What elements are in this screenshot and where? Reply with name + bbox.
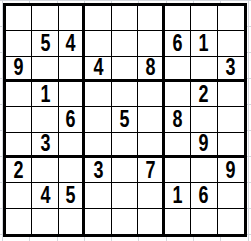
- sudoku-cell-r2c9[interactable]: [218, 31, 244, 56]
- sudoku-cell-r5c7[interactable]: 8: [165, 107, 191, 132]
- sudoku-cell-r9c9[interactable]: [218, 209, 244, 234]
- sudoku-cell-r2c3[interactable]: 4: [59, 31, 85, 56]
- sudoku-cell-r8c7[interactable]: 1: [165, 183, 191, 208]
- sudoku-digit: 8: [172, 108, 182, 131]
- sudoku-digit: 9: [14, 57, 24, 80]
- sudoku-cell-r4c3[interactable]: [59, 82, 85, 107]
- sudoku-cell-r3c7[interactable]: [165, 57, 191, 82]
- sudoku-cell-r1c7[interactable]: [165, 6, 191, 31]
- sudoku-digit: 4: [66, 32, 76, 55]
- sudoku-board: 54619483126583923794516: [3, 3, 247, 237]
- sudoku-cell-r2c6[interactable]: [138, 31, 164, 56]
- sudoku-cell-r9c5[interactable]: [112, 209, 138, 234]
- sudoku-digit: 3: [40, 133, 50, 156]
- sudoku-cell-r9c6[interactable]: [138, 209, 164, 234]
- sudoku-cell-r7c5[interactable]: [112, 158, 138, 183]
- sudoku-cell-r1c8[interactable]: [191, 6, 217, 31]
- sudoku-cell-r9c7[interactable]: [165, 209, 191, 234]
- sudoku-digit: 4: [93, 57, 103, 80]
- sudoku-cell-r6c5[interactable]: [112, 133, 138, 158]
- sudoku-digit: 5: [120, 108, 130, 131]
- sudoku-digit: 3: [226, 57, 236, 80]
- sudoku-cell-r8c4[interactable]: [85, 183, 111, 208]
- sudoku-cell-r4c4[interactable]: [85, 82, 111, 107]
- sudoku-cell-r7c9[interactable]: 9: [218, 158, 244, 183]
- sudoku-cell-r5c2[interactable]: [32, 107, 58, 132]
- sudoku-cell-r6c9[interactable]: [218, 133, 244, 158]
- sudoku-cell-r3c4[interactable]: 4: [85, 57, 111, 82]
- sudoku-cell-r1c4[interactable]: [85, 6, 111, 31]
- sudoku-cell-r7c2[interactable]: [32, 158, 58, 183]
- sudoku-cell-r3c6[interactable]: 8: [138, 57, 164, 82]
- sudoku-cell-r7c4[interactable]: 3: [85, 158, 111, 183]
- sudoku-cell-r8c6[interactable]: [138, 183, 164, 208]
- sudoku-cell-r6c6[interactable]: [138, 133, 164, 158]
- sudoku-cell-r7c1[interactable]: 2: [6, 158, 32, 183]
- sudoku-cell-r5c1[interactable]: [6, 107, 32, 132]
- sudoku-cell-r2c5[interactable]: [112, 31, 138, 56]
- sudoku-digit: 8: [145, 57, 155, 80]
- sudoku-cell-r8c1[interactable]: [6, 183, 32, 208]
- sudoku-cell-r4c2[interactable]: 1: [32, 82, 58, 107]
- sudoku-cell-r7c3[interactable]: [59, 158, 85, 183]
- sudoku-cell-r2c8[interactable]: 1: [191, 31, 217, 56]
- sudoku-cell-r8c2[interactable]: 4: [32, 183, 58, 208]
- sudoku-cell-r6c8[interactable]: 9: [191, 133, 217, 158]
- sudoku-digit: 2: [199, 83, 209, 106]
- sudoku-cell-r5c3[interactable]: 6: [59, 107, 85, 132]
- sudoku-cell-r1c3[interactable]: [59, 6, 85, 31]
- sudoku-cell-r3c5[interactable]: [112, 57, 138, 82]
- sudoku-cell-r4c7[interactable]: [165, 82, 191, 107]
- sudoku-cell-r8c8[interactable]: 6: [191, 183, 217, 208]
- sudoku-cell-r3c2[interactable]: [32, 57, 58, 82]
- sudoku-digit: 7: [145, 159, 155, 182]
- sudoku-cell-r8c3[interactable]: 5: [59, 183, 85, 208]
- sudoku-digit: 1: [40, 83, 50, 106]
- sudoku-cell-r1c1[interactable]: [6, 6, 32, 31]
- sudoku-cell-r4c5[interactable]: [112, 82, 138, 107]
- sudoku-cell-r3c1[interactable]: 9: [6, 57, 32, 82]
- sudoku-cell-r8c5[interactable]: [112, 183, 138, 208]
- sudoku-digit: 1: [172, 184, 182, 207]
- sudoku-digit: 5: [66, 184, 76, 207]
- sudoku-cell-r6c1[interactable]: [6, 133, 32, 158]
- sudoku-cell-r1c6[interactable]: [138, 6, 164, 31]
- sudoku-cell-r6c2[interactable]: 3: [32, 133, 58, 158]
- sudoku-cell-r5c9[interactable]: [218, 107, 244, 132]
- sudoku-cell-r3c3[interactable]: [59, 57, 85, 82]
- sudoku-digit: 9: [199, 133, 209, 156]
- sudoku-cell-r9c2[interactable]: [32, 209, 58, 234]
- sudoku-digit: 5: [40, 32, 50, 55]
- sudoku-digit: 6: [199, 184, 209, 207]
- sudoku-cell-r2c7[interactable]: 6: [165, 31, 191, 56]
- sudoku-cell-r9c3[interactable]: [59, 209, 85, 234]
- sudoku-digit: 1: [199, 32, 209, 55]
- sudoku-cell-r6c4[interactable]: [85, 133, 111, 158]
- sudoku-digit: 2: [14, 159, 24, 182]
- sudoku-digit: 4: [40, 184, 50, 207]
- sudoku-cell-r6c7[interactable]: [165, 133, 191, 158]
- sudoku-cell-r6c3[interactable]: [59, 133, 85, 158]
- sudoku-cell-r2c2[interactable]: 5: [32, 31, 58, 56]
- sudoku-cell-r9c4[interactable]: [85, 209, 111, 234]
- sudoku-cell-r7c7[interactable]: [165, 158, 191, 183]
- sudoku-cell-r4c1[interactable]: [6, 82, 32, 107]
- sudoku-cell-r5c5[interactable]: 5: [112, 107, 138, 132]
- sudoku-digit: 9: [226, 159, 236, 182]
- sudoku-cell-r3c9[interactable]: 3: [218, 57, 244, 82]
- sudoku-cell-r4c9[interactable]: [218, 82, 244, 107]
- sudoku-cell-r1c2[interactable]: [32, 6, 58, 31]
- sudoku-cell-r3c8[interactable]: [191, 57, 217, 82]
- sudoku-cell-r7c6[interactable]: 7: [138, 158, 164, 183]
- sudoku-cell-r4c6[interactable]: [138, 82, 164, 107]
- sudoku-cell-r9c1[interactable]: [6, 209, 32, 234]
- sudoku-digit: 6: [66, 108, 76, 131]
- sudoku-cell-r1c9[interactable]: [218, 6, 244, 31]
- sudoku-cell-r9c8[interactable]: [191, 209, 217, 234]
- sudoku-cell-r5c4[interactable]: [85, 107, 111, 132]
- sudoku-cell-r7c8[interactable]: [191, 158, 217, 183]
- sudoku-cell-r2c4[interactable]: [85, 31, 111, 56]
- sudoku-cell-r4c8[interactable]: 2: [191, 82, 217, 107]
- sudoku-cell-r5c6[interactable]: [138, 107, 164, 132]
- sudoku-cell-r8c9[interactable]: [218, 183, 244, 208]
- sudoku-cell-r5c8[interactable]: [191, 107, 217, 132]
- sudoku-cell-r1c5[interactable]: [112, 6, 138, 31]
- sudoku-digit: 3: [93, 159, 103, 182]
- sudoku-cell-r2c1[interactable]: [6, 31, 32, 56]
- sudoku-digit: 6: [172, 32, 182, 55]
